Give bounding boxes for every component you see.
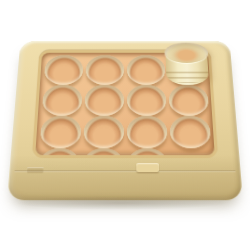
cell-r4c2 <box>80 148 125 155</box>
cell-r2c1 <box>40 85 84 116</box>
cell-r2c3 <box>125 85 168 116</box>
ring-piece[interactable] <box>126 55 165 85</box>
case-lid-seam <box>15 170 235 172</box>
cell-r3c2 <box>81 116 125 148</box>
case-front-face <box>8 155 242 200</box>
ring-piece[interactable] <box>126 85 166 116</box>
cell-r2c2 <box>82 85 125 116</box>
ring-piece[interactable] <box>39 116 81 148</box>
ground-shadow <box>16 196 226 210</box>
cell-r4c1 <box>36 148 82 155</box>
cell-r1c2 <box>83 55 125 85</box>
cup-piece[interactable] <box>164 43 210 86</box>
cell-r4c4 <box>169 148 215 155</box>
ring-piece[interactable] <box>82 148 124 155</box>
ring-piece[interactable] <box>127 148 169 155</box>
ring-piece[interactable] <box>85 55 124 85</box>
cell-r1c3 <box>125 55 167 85</box>
cell-r3c1 <box>38 116 83 148</box>
ring-piece[interactable] <box>169 116 211 148</box>
cell-r3c4 <box>168 116 213 148</box>
cell-r4c3 <box>125 148 170 155</box>
ring-piece[interactable] <box>43 55 83 85</box>
cell-r1c1 <box>42 55 85 85</box>
cell-r2c4 <box>167 85 211 116</box>
ring-piece[interactable] <box>83 116 124 148</box>
ring-piece[interactable] <box>41 85 82 116</box>
ring-piece[interactable] <box>168 85 209 116</box>
puzzle-case <box>7 41 243 200</box>
case-latch[interactable] <box>136 163 159 172</box>
ring-piece[interactable] <box>37 148 80 155</box>
puzzle-case-wrap <box>7 41 243 200</box>
cell-r3c3 <box>125 116 169 148</box>
ring-piece[interactable] <box>126 116 167 148</box>
puzzle-product-photo <box>0 0 250 250</box>
ring-piece[interactable] <box>84 85 124 116</box>
case-hinge-notch <box>26 167 43 173</box>
cup-rim <box>164 43 208 63</box>
